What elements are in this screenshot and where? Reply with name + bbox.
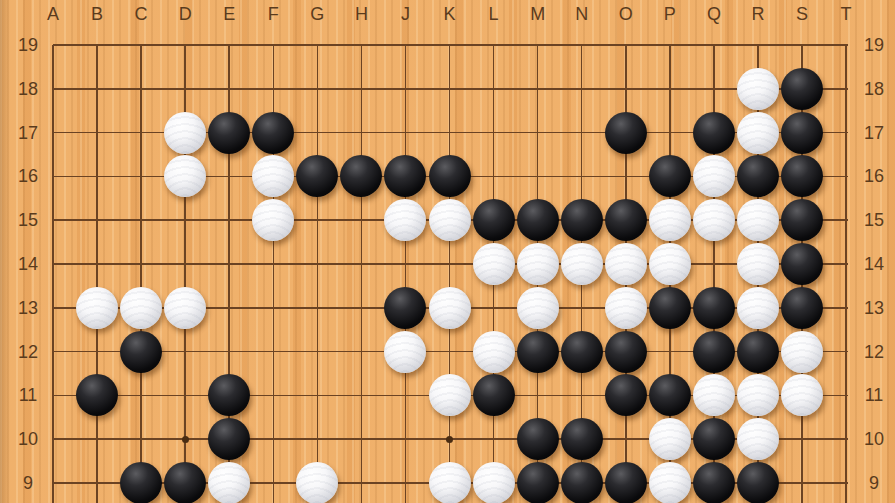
col-label-K: K (436, 4, 464, 24)
stone-white-C13 (120, 287, 162, 329)
stone-white-R11 (737, 374, 779, 416)
row-label-right-18: 18 (854, 79, 894, 99)
stone-white-L9 (473, 462, 515, 503)
stone-white-E9 (208, 462, 250, 503)
row-label-left-15: 15 (8, 210, 48, 230)
stone-black-P16 (649, 155, 691, 197)
col-label-H: H (347, 4, 375, 24)
grid-line-col-B (96, 45, 98, 503)
grid-line-col-T (845, 45, 847, 503)
stone-black-Q13 (693, 287, 735, 329)
col-label-L: L (480, 4, 508, 24)
stone-black-Q10 (693, 418, 735, 460)
stone-black-Q17 (693, 112, 735, 154)
grid-line-col-G (317, 45, 319, 503)
stone-white-R10 (737, 418, 779, 460)
col-label-B: B (83, 4, 111, 24)
stone-black-P11 (649, 374, 691, 416)
grid-line-col-A (52, 45, 54, 503)
stone-white-Q15 (693, 199, 735, 241)
stone-black-M15 (517, 199, 559, 241)
stone-white-L12 (473, 331, 515, 373)
stone-white-K13 (429, 287, 471, 329)
row-label-right-17: 17 (854, 123, 894, 143)
stone-black-O9 (605, 462, 647, 503)
stone-white-P14 (649, 243, 691, 285)
stone-white-K11 (429, 374, 471, 416)
row-label-left-16: 16 (8, 166, 48, 186)
stone-white-D13 (164, 287, 206, 329)
stone-black-J13 (384, 287, 426, 329)
row-label-left-14: 14 (8, 254, 48, 274)
stone-black-S16 (781, 155, 823, 197)
stone-black-N15 (561, 199, 603, 241)
row-label-right-13: 13 (854, 298, 894, 318)
stone-black-M10 (517, 418, 559, 460)
star-point-K10 (446, 436, 453, 443)
stone-black-S15 (781, 199, 823, 241)
stone-white-K15 (429, 199, 471, 241)
grid-line-col-H (361, 45, 363, 503)
row-label-right-14: 14 (854, 254, 894, 274)
stone-black-K16 (429, 155, 471, 197)
row-label-right-10: 10 (854, 429, 894, 449)
row-label-left-17: 17 (8, 123, 48, 143)
stone-white-Q11 (693, 374, 735, 416)
stone-white-R14 (737, 243, 779, 285)
col-label-R: R (744, 4, 772, 24)
stone-black-R9 (737, 462, 779, 503)
stone-black-E11 (208, 374, 250, 416)
stone-black-J16 (384, 155, 426, 197)
stone-black-E17 (208, 112, 250, 154)
stone-black-N10 (561, 418, 603, 460)
stone-black-N12 (561, 331, 603, 373)
stone-black-S14 (781, 243, 823, 285)
stone-black-Q12 (693, 331, 735, 373)
row-label-right-15: 15 (854, 210, 894, 230)
stone-white-R15 (737, 199, 779, 241)
grid-line-row-14 (53, 263, 848, 265)
stone-white-D17 (164, 112, 206, 154)
row-label-left-10: 10 (8, 429, 48, 449)
col-label-S: S (788, 4, 816, 24)
grid-line-col-C (140, 45, 142, 503)
stone-black-L15 (473, 199, 515, 241)
stone-white-J12 (384, 331, 426, 373)
stone-black-O12 (605, 331, 647, 373)
col-label-E: E (215, 4, 243, 24)
col-label-M: M (524, 4, 552, 24)
stone-black-P13 (649, 287, 691, 329)
star-point-D10 (182, 436, 189, 443)
stone-black-L11 (473, 374, 515, 416)
stone-black-O11 (605, 374, 647, 416)
row-label-left-13: 13 (8, 298, 48, 318)
stone-black-R16 (737, 155, 779, 197)
col-label-T: T (832, 4, 860, 24)
col-label-C: C (127, 4, 155, 24)
row-label-left-19: 19 (8, 35, 48, 55)
row-label-left-9: 9 (8, 473, 48, 493)
stone-white-O14 (605, 243, 647, 285)
stone-white-N14 (561, 243, 603, 285)
stone-white-S11 (781, 374, 823, 416)
col-label-A: A (39, 4, 67, 24)
col-label-F: F (259, 4, 287, 24)
row-label-right-19: 19 (854, 35, 894, 55)
stone-white-Q16 (693, 155, 735, 197)
row-label-right-16: 16 (854, 166, 894, 186)
stone-black-C9 (120, 462, 162, 503)
stone-black-B11 (76, 374, 118, 416)
grid-line-row-18 (53, 88, 848, 90)
stone-black-S13 (781, 287, 823, 329)
stone-white-F16 (252, 155, 294, 197)
grid-line-col-K (449, 45, 451, 503)
stone-black-M9 (517, 462, 559, 503)
col-label-N: N (568, 4, 596, 24)
stone-black-N9 (561, 462, 603, 503)
stone-black-O15 (605, 199, 647, 241)
col-label-O: O (612, 4, 640, 24)
stone-black-F17 (252, 112, 294, 154)
stone-black-E10 (208, 418, 250, 460)
stone-white-G9 (296, 462, 338, 503)
stone-white-L14 (473, 243, 515, 285)
grid-line-col-J (405, 45, 407, 503)
stone-black-S17 (781, 112, 823, 154)
stone-white-P10 (649, 418, 691, 460)
row-label-left-18: 18 (8, 79, 48, 99)
stone-black-Q9 (693, 462, 735, 503)
stone-black-H16 (340, 155, 382, 197)
stone-white-R13 (737, 287, 779, 329)
row-label-left-12: 12 (8, 342, 48, 362)
stone-white-M13 (517, 287, 559, 329)
stone-white-O13 (605, 287, 647, 329)
row-label-right-12: 12 (854, 342, 894, 362)
stone-white-R18 (737, 68, 779, 110)
stone-white-M14 (517, 243, 559, 285)
stone-black-C12 (120, 331, 162, 373)
stone-black-O17 (605, 112, 647, 154)
stone-black-D9 (164, 462, 206, 503)
stone-black-S18 (781, 68, 823, 110)
grid-line-row-19 (53, 44, 848, 46)
stone-white-R17 (737, 112, 779, 154)
stone-white-P9 (649, 462, 691, 503)
row-label-right-9: 9 (854, 473, 894, 493)
stone-black-M12 (517, 331, 559, 373)
stone-black-G16 (296, 155, 338, 197)
stone-white-S12 (781, 331, 823, 373)
stone-white-D16 (164, 155, 206, 197)
stone-white-K9 (429, 462, 471, 503)
row-label-left-11: 11 (8, 385, 48, 405)
stone-white-B13 (76, 287, 118, 329)
go-board[interactable]: ABCDEFGHJKLMNOPQRST191918181717161615151… (0, 0, 895, 503)
stone-white-F15 (252, 199, 294, 241)
col-label-Q: Q (700, 4, 728, 24)
col-label-G: G (303, 4, 331, 24)
row-label-right-11: 11 (854, 385, 894, 405)
stone-black-R12 (737, 331, 779, 373)
col-label-D: D (171, 4, 199, 24)
col-label-P: P (656, 4, 684, 24)
stone-white-P15 (649, 199, 691, 241)
col-label-J: J (391, 4, 419, 24)
stone-white-J15 (384, 199, 426, 241)
